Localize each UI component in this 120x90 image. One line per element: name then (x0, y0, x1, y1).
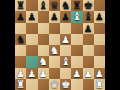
square-h5[interactable] (94, 34, 105, 45)
square-f5[interactable] (71, 34, 82, 45)
square-e1[interactable]: ♚ (60, 79, 71, 90)
square-c8[interactable]: ♝ (38, 0, 49, 11)
black-pawn[interactable]: ♟ (61, 11, 70, 22)
square-e6[interactable] (60, 23, 71, 34)
white-rook[interactable]: ♜ (16, 79, 25, 90)
square-b3[interactable] (26, 56, 37, 67)
square-h3[interactable] (94, 56, 105, 67)
square-d8[interactable]: ♛ (49, 0, 60, 11)
white-pawn[interactable]: ♟ (73, 68, 82, 79)
square-g7[interactable]: ♝ (83, 11, 94, 22)
square-a3[interactable] (15, 56, 26, 67)
square-a4[interactable] (15, 45, 26, 56)
square-g4[interactable] (83, 45, 94, 56)
white-king[interactable]: ♚ (61, 79, 70, 90)
black-pawn[interactable]: ♟ (95, 11, 104, 22)
square-f7[interactable]: ♝ (71, 11, 82, 22)
white-pawn[interactable]: ♟ (84, 68, 93, 79)
black-queen[interactable]: ♛ (50, 0, 59, 11)
square-h7[interactable]: ♟ (94, 11, 105, 22)
white-pawn[interactable]: ♟ (39, 68, 48, 79)
square-g1[interactable] (83, 79, 94, 90)
black-rook[interactable]: ♜ (16, 0, 25, 11)
black-knight[interactable]: ♞ (16, 34, 25, 45)
white-knight[interactable]: ♞ (38, 56, 47, 67)
white-knight[interactable]: ♞ (50, 45, 59, 56)
black-pawn[interactable]: ♟ (28, 11, 37, 22)
white-bishop[interactable]: ♝ (61, 56, 70, 67)
square-a1[interactable]: ♜ (15, 79, 26, 90)
square-a5[interactable]: ♞ (15, 34, 26, 45)
square-a7[interactable]: ♟ (15, 11, 26, 22)
square-d6[interactable] (49, 23, 60, 34)
letterbox-left (0, 0, 15, 90)
square-b6[interactable] (26, 23, 37, 34)
square-g3[interactable] (83, 56, 94, 67)
square-b5[interactable] (26, 34, 37, 45)
black-knight[interactable]: ♞ (61, 0, 70, 11)
square-f6[interactable] (71, 23, 82, 34)
square-f4[interactable] (71, 45, 82, 56)
square-e5[interactable]: ♟ (60, 34, 71, 45)
square-c7[interactable] (38, 11, 49, 22)
square-c1[interactable] (38, 79, 49, 90)
square-a8[interactable]: ♜ (15, 0, 26, 11)
square-c6[interactable] (38, 23, 49, 34)
square-h4[interactable] (94, 45, 105, 56)
square-d4[interactable]: ♞ (49, 45, 60, 56)
square-b8[interactable] (26, 0, 37, 11)
square-c2[interactable]: ♟ (38, 68, 49, 79)
square-h6[interactable] (94, 23, 105, 34)
square-b7[interactable]: ♟ (26, 11, 37, 22)
square-g5[interactable] (83, 34, 94, 45)
square-d1[interactable]: ♛ (49, 79, 60, 90)
white-pawn[interactable]: ♟ (28, 68, 37, 79)
square-e7[interactable]: ♟ (60, 11, 71, 22)
square-d3[interactable] (49, 56, 60, 67)
chessboard[interactable]: ♜♝♛♞♜♚♟♟♟♟♝♝♟♟♞♟♞♞♝♟♟♟♟♟♟♜♛♚♜ (15, 0, 105, 90)
app-window: ♜♝♛♞♜♚♟♟♟♟♝♝♟♟♞♟♞♞♝♟♟♟♟♟♟♜♛♚♜ (0, 0, 120, 90)
square-h8[interactable] (94, 0, 105, 11)
black-pawn[interactable]: ♟ (16, 11, 25, 22)
square-b2[interactable]: ♟ (26, 68, 37, 79)
square-e3[interactable]: ♝ (60, 56, 71, 67)
square-d7[interactable]: ♟ (49, 11, 60, 22)
square-b1[interactable] (26, 79, 37, 90)
square-f3[interactable] (71, 56, 82, 67)
square-f1[interactable] (71, 79, 82, 90)
square-c5[interactable] (38, 34, 49, 45)
black-pawn[interactable]: ♟ (84, 23, 93, 34)
square-c3[interactable]: ♞ (38, 56, 49, 67)
square-g2[interactable]: ♟ (83, 68, 94, 79)
square-f2[interactable]: ♟ (71, 68, 82, 79)
letterbox-right (105, 0, 120, 90)
square-b4[interactable] (26, 45, 37, 56)
black-pawn[interactable]: ♟ (50, 11, 59, 22)
square-e8[interactable]: ♞ (60, 0, 71, 11)
white-bishop[interactable]: ♝ (72, 11, 81, 22)
white-rook[interactable]: ♜ (95, 79, 104, 90)
white-pawn[interactable]: ♟ (61, 34, 70, 45)
white-queen[interactable]: ♛ (50, 79, 59, 90)
square-g6[interactable]: ♟ (83, 23, 94, 34)
black-bishop[interactable]: ♝ (83, 11, 92, 22)
black-bishop[interactable]: ♝ (38, 0, 47, 11)
square-h1[interactable]: ♜ (94, 79, 105, 90)
